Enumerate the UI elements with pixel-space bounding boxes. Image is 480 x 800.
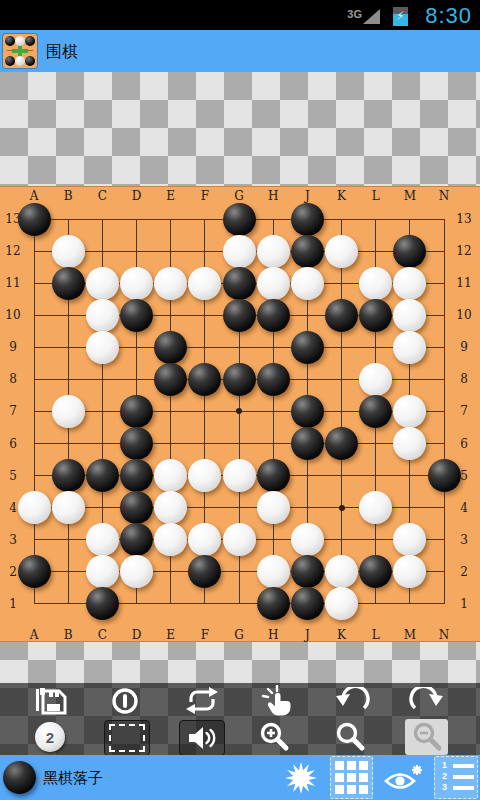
stone-black-F8 bbox=[188, 363, 221, 396]
row-label-left: 3 bbox=[1, 533, 25, 547]
stone-white-M6 bbox=[393, 427, 426, 460]
undo-icon bbox=[334, 687, 370, 715]
row-label-left: 5 bbox=[1, 469, 25, 483]
battery-charging-icon: ⚡ bbox=[393, 7, 408, 26]
stone-black-H8 bbox=[257, 363, 290, 396]
zoom-out-icon bbox=[411, 721, 443, 753]
stone-white-E3 bbox=[154, 523, 187, 556]
row-label-left: 9 bbox=[1, 340, 25, 354]
column-label-bottom: F bbox=[193, 628, 217, 642]
row-label-right: 4 bbox=[452, 501, 476, 515]
stone-black-J7 bbox=[291, 395, 324, 428]
stone-white-H4 bbox=[257, 491, 290, 524]
signal-triangle-icon bbox=[363, 9, 380, 24]
stone-white-F11 bbox=[188, 267, 221, 300]
save-icon bbox=[32, 686, 68, 716]
status-clock: 8:30 bbox=[425, 3, 472, 29]
burst-icon bbox=[284, 761, 318, 795]
stone-white-K12 bbox=[325, 235, 358, 268]
eye-settings-button[interactable] bbox=[381, 760, 427, 796]
network-type-label: 3G bbox=[347, 8, 362, 20]
stone-black-M12 bbox=[393, 235, 426, 268]
row-label-left: 1 bbox=[1, 597, 25, 611]
row-label-right: 7 bbox=[452, 404, 476, 418]
turn-message: 黑棋落子 bbox=[43, 769, 103, 788]
stone-white-E11 bbox=[154, 267, 187, 300]
selection-icon bbox=[109, 724, 145, 752]
go-board[interactable]: AABBCCDDEEFFGGHHJJKKLLMMNN13131212111110… bbox=[0, 186, 480, 642]
stone-white-M7 bbox=[393, 395, 426, 428]
stone-white-H11 bbox=[257, 267, 290, 300]
stone-white-M9 bbox=[393, 331, 426, 364]
footer-bar: 黑棋落子 123 bbox=[0, 755, 480, 800]
stone-black-J9 bbox=[291, 331, 324, 364]
repeat-icon bbox=[183, 687, 221, 715]
column-label-top: L bbox=[364, 189, 388, 203]
stone-white-J3 bbox=[291, 523, 324, 556]
stone-black-D7 bbox=[120, 395, 153, 428]
stone-white-C10 bbox=[86, 299, 119, 332]
burst-button[interactable] bbox=[283, 760, 319, 796]
stone-white-C9 bbox=[86, 331, 119, 364]
stone-white-C3 bbox=[86, 523, 119, 556]
grid-line-vertical bbox=[341, 219, 342, 604]
grid-button[interactable] bbox=[330, 756, 373, 799]
column-label-top: F bbox=[193, 189, 217, 203]
search-icon bbox=[334, 721, 366, 753]
column-label-top: K bbox=[330, 189, 354, 203]
column-label-bottom: G bbox=[227, 628, 251, 642]
stone-black-A13 bbox=[18, 203, 51, 236]
row-label-right: 8 bbox=[452, 372, 476, 386]
stone-black-G13 bbox=[223, 203, 256, 236]
column-label-bottom: N bbox=[432, 628, 456, 642]
stone-white-E5 bbox=[154, 459, 187, 492]
stone-black-D3 bbox=[120, 523, 153, 556]
tap-icon bbox=[260, 685, 294, 717]
stone-white-M3 bbox=[393, 523, 426, 556]
column-label-top: J bbox=[295, 189, 319, 203]
row-label-left: 10 bbox=[1, 308, 25, 322]
row-label-right: 1 bbox=[452, 597, 476, 611]
stone-black-J12 bbox=[291, 235, 324, 268]
stone-black-C5 bbox=[86, 459, 119, 492]
zoom-out-button[interactable] bbox=[405, 719, 448, 755]
app-title: 围棋 bbox=[46, 42, 78, 63]
redo-button[interactable] bbox=[405, 683, 449, 719]
stone-white-J11 bbox=[291, 267, 324, 300]
stone-black-D10 bbox=[120, 299, 153, 332]
stone-black-J1 bbox=[291, 587, 324, 620]
stone-white-G5 bbox=[223, 459, 256, 492]
column-label-top: H bbox=[261, 189, 285, 203]
column-label-bottom: K bbox=[330, 628, 354, 642]
eye-settings-icon bbox=[381, 761, 427, 795]
column-label-top: M bbox=[398, 189, 422, 203]
stone-black-E8 bbox=[154, 363, 187, 396]
stone-white-C11 bbox=[86, 267, 119, 300]
column-label-bottom: J bbox=[295, 628, 319, 642]
title-bar: 围棋 bbox=[0, 30, 480, 72]
stone-black-D5 bbox=[120, 459, 153, 492]
row-label-right: 11 bbox=[452, 276, 476, 290]
column-label-top: C bbox=[90, 189, 114, 203]
column-label-bottom: D bbox=[125, 628, 149, 642]
capture-count-button[interactable]: 2 bbox=[28, 719, 72, 755]
stone-black-J2 bbox=[291, 555, 324, 588]
redo-icon bbox=[409, 687, 445, 715]
stone-white-D11 bbox=[120, 267, 153, 300]
stone-white-B4 bbox=[52, 491, 85, 524]
column-label-top: N bbox=[432, 189, 456, 203]
stone-black-H5 bbox=[257, 459, 290, 492]
column-label-top: E bbox=[159, 189, 183, 203]
stone-white-K1 bbox=[325, 587, 358, 620]
stone-black-H1 bbox=[257, 587, 290, 620]
stone-black-K6 bbox=[325, 427, 358, 460]
stone-black-E9 bbox=[154, 331, 187, 364]
row-label-left: 6 bbox=[1, 437, 25, 451]
grid-icon bbox=[335, 761, 368, 794]
column-label-bottom: A bbox=[22, 628, 46, 642]
stop-icon bbox=[109, 686, 141, 716]
stone-black-G10 bbox=[223, 299, 256, 332]
row-label-right: 6 bbox=[452, 437, 476, 451]
tap-button[interactable] bbox=[255, 683, 299, 719]
go-board-app-icon bbox=[3, 34, 37, 68]
stone-black-N5 bbox=[428, 459, 461, 492]
stone-black-A2 bbox=[18, 555, 51, 588]
stone-white-F5 bbox=[188, 459, 221, 492]
sound-icon bbox=[187, 725, 217, 751]
stone-white-M2 bbox=[393, 555, 426, 588]
stone-black-J6 bbox=[291, 427, 324, 460]
zoom-in-icon bbox=[258, 721, 290, 753]
stone-white-M11 bbox=[393, 267, 426, 300]
row-label-left: 12 bbox=[1, 244, 25, 258]
stone-white-H12 bbox=[257, 235, 290, 268]
repeat-button[interactable] bbox=[180, 683, 224, 719]
stone-black-L10 bbox=[359, 299, 392, 332]
stone-black-J13 bbox=[291, 203, 324, 236]
column-label-bottom: E bbox=[159, 628, 183, 642]
column-label-top: G bbox=[227, 189, 251, 203]
column-label-bottom: B bbox=[56, 628, 80, 642]
row-label-right: 13 bbox=[452, 212, 476, 226]
column-label-top: B bbox=[56, 189, 80, 203]
stone-black-D4 bbox=[120, 491, 153, 524]
stone-black-D6 bbox=[120, 427, 153, 460]
stone-white-K2 bbox=[325, 555, 358, 588]
stone-white-B12 bbox=[52, 235, 85, 268]
stone-white-D2 bbox=[120, 555, 153, 588]
column-label-top: D bbox=[125, 189, 149, 203]
stone-black-L7 bbox=[359, 395, 392, 428]
column-label-bottom: C bbox=[90, 628, 114, 642]
grid-line-horizontal bbox=[34, 443, 444, 444]
stop-button[interactable] bbox=[103, 683, 147, 719]
search-button[interactable] bbox=[328, 719, 372, 755]
row-label-right: 10 bbox=[452, 308, 476, 322]
column-label-bottom: L bbox=[364, 628, 388, 642]
stone-white-L11 bbox=[359, 267, 392, 300]
row-label-right: 2 bbox=[452, 565, 476, 579]
star-point-G7 bbox=[236, 408, 242, 414]
stone-black-G11 bbox=[223, 267, 256, 300]
black-stone-icon bbox=[3, 761, 36, 794]
capture-count-badge: 2 bbox=[35, 722, 65, 752]
stone-white-H2 bbox=[257, 555, 290, 588]
stone-white-F3 bbox=[188, 523, 221, 556]
column-label-top: A bbox=[22, 189, 46, 203]
status-bar: 3G ⚡ 8:30 bbox=[0, 0, 480, 30]
stone-black-C1 bbox=[86, 587, 119, 620]
stone-black-F2 bbox=[188, 555, 221, 588]
zoom-in-button[interactable] bbox=[252, 719, 296, 755]
stone-white-L4 bbox=[359, 491, 392, 524]
row-label-right: 9 bbox=[452, 340, 476, 354]
column-label-bottom: H bbox=[261, 628, 285, 642]
row-label-left: 11 bbox=[1, 276, 25, 290]
stone-white-M10 bbox=[393, 299, 426, 332]
selection-button[interactable] bbox=[104, 720, 150, 756]
column-label-bottom: M bbox=[398, 628, 422, 642]
stone-black-H10 bbox=[257, 299, 290, 332]
star-point-K4 bbox=[339, 505, 345, 511]
move-list-icon: 123 bbox=[435, 756, 477, 799]
toolbar-overlay: 2 bbox=[0, 683, 480, 755]
sound-button[interactable] bbox=[179, 720, 225, 756]
stone-white-G3 bbox=[223, 523, 256, 556]
row-label-right: 3 bbox=[452, 533, 476, 547]
grid-line-vertical bbox=[444, 219, 445, 604]
row-label-right: 12 bbox=[452, 244, 476, 258]
stone-white-E4 bbox=[154, 491, 187, 524]
stone-black-G8 bbox=[223, 363, 256, 396]
row-label-left: 8 bbox=[1, 372, 25, 386]
stone-white-A4 bbox=[18, 491, 51, 524]
stone-black-B5 bbox=[52, 459, 85, 492]
stone-white-B7 bbox=[52, 395, 85, 428]
stone-black-B11 bbox=[52, 267, 85, 300]
row-label-left: 7 bbox=[1, 404, 25, 418]
undo-button[interactable] bbox=[330, 683, 374, 719]
move-list-button[interactable]: 123 bbox=[434, 756, 478, 799]
stone-black-K10 bbox=[325, 299, 358, 332]
stone-white-G12 bbox=[223, 235, 256, 268]
save-button[interactable] bbox=[28, 683, 72, 719]
stone-white-C2 bbox=[86, 555, 119, 588]
stone-white-L8 bbox=[359, 363, 392, 396]
stone-black-L2 bbox=[359, 555, 392, 588]
